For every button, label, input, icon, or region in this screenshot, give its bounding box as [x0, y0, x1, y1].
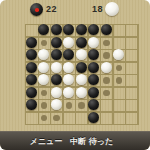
black-disc [26, 74, 37, 85]
board-cell-b6[interactable] [38, 87, 51, 100]
board-cell-f6[interactable] [88, 87, 101, 100]
white-score-disc-icon [105, 2, 119, 16]
black-disc [88, 99, 99, 110]
board-cell-a7[interactable] [25, 99, 38, 112]
board-cell-f2[interactable] [88, 37, 101, 50]
board-cell-g2[interactable] [100, 37, 113, 50]
white-disc [76, 87, 87, 98]
black-disc [38, 24, 49, 35]
board-cell-a6[interactable] [25, 87, 38, 100]
board-cell-a5[interactable] [25, 74, 38, 87]
hint-dot [66, 102, 73, 109]
white-disc [63, 74, 74, 85]
board-cell-d4[interactable] [63, 62, 76, 75]
hint-dot [103, 40, 110, 47]
white-disc [88, 37, 99, 48]
board-cell-c8[interactable] [50, 112, 63, 125]
board-cell-b7[interactable] [38, 99, 51, 112]
board-cell-g4[interactable] [100, 62, 113, 75]
black-disc [88, 74, 99, 85]
board-cell-e2[interactable] [75, 37, 88, 50]
white-disc [63, 62, 74, 73]
board-cell-h7[interactable] [113, 99, 126, 112]
board-cell-d2[interactable] [63, 37, 76, 50]
board-cell-a1[interactable] [25, 24, 38, 37]
white-disc [38, 62, 49, 73]
board-cell-d8[interactable] [63, 112, 76, 125]
board-cell-h2[interactable] [113, 37, 126, 50]
board-cell-c2[interactable] [50, 37, 63, 50]
board-cell-d7[interactable] [63, 99, 76, 112]
board-cell-e4[interactable] [75, 62, 88, 75]
menu-button[interactable]: メニュー [30, 136, 63, 147]
board-cell-f5[interactable] [88, 74, 101, 87]
board-cell-d3[interactable] [63, 49, 76, 62]
black-disc [26, 62, 37, 73]
board-cell-d6[interactable] [63, 87, 76, 100]
board-cell-h1[interactable] [113, 24, 126, 37]
othello-app: 22 18 メニュー 中断 待った [0, 0, 150, 150]
board-cell-f3[interactable] [88, 49, 101, 62]
board-cell-c7[interactable] [50, 99, 63, 112]
black-disc [76, 62, 87, 73]
hint-dot [103, 77, 110, 84]
board-cell-e3[interactable] [75, 49, 88, 62]
black-disc [63, 49, 74, 60]
hint-dot [41, 115, 48, 122]
board [25, 24, 139, 125]
black-disc [88, 24, 99, 35]
hint-dot [53, 115, 60, 122]
white-disc [63, 37, 74, 48]
board-cell-b1[interactable] [38, 24, 51, 37]
board-cell-e7[interactable] [75, 99, 88, 112]
board-cell-f4[interactable] [88, 62, 101, 75]
black-disc [63, 24, 74, 35]
white-disc [113, 49, 124, 60]
hint-dot [116, 77, 123, 84]
board-cell-e1[interactable] [75, 24, 88, 37]
hint-dot [103, 90, 110, 97]
black-disc [51, 49, 62, 60]
black-disc [88, 87, 99, 98]
board-cell-b3[interactable] [38, 49, 51, 62]
board-cell-g7[interactable] [100, 99, 113, 112]
black-disc [26, 87, 37, 98]
board-cell-h6[interactable] [113, 87, 126, 100]
black-score: 22 [46, 4, 57, 14]
board-cell-f8[interactable] [88, 112, 101, 125]
board-cell-c6[interactable] [50, 87, 63, 100]
board-cell-e5[interactable] [75, 74, 88, 87]
white-score: 18 [92, 4, 103, 14]
white-disc [51, 62, 62, 73]
board-cell-g8[interactable] [100, 112, 113, 125]
board-cell-g5[interactable] [100, 74, 113, 87]
board-cell-h4[interactable] [113, 62, 126, 75]
hint-dot [41, 40, 48, 47]
hint-dot [41, 102, 48, 109]
black-disc [101, 24, 112, 35]
white-disc [51, 87, 62, 98]
board-cell-a3[interactable] [25, 49, 38, 62]
score-bar: 22 18 [0, 0, 150, 24]
white-disc [51, 99, 62, 110]
board-cell-c4[interactable] [50, 62, 63, 75]
black-disc [51, 74, 62, 85]
board-cell-a8[interactable] [25, 112, 38, 125]
board-cell-b4[interactable] [38, 62, 51, 75]
board-cell-b8[interactable] [38, 112, 51, 125]
bottom-button-bar: メニュー 中断 待った [0, 131, 150, 150]
board-cell-e8[interactable] [75, 112, 88, 125]
board-cell-g1[interactable] [100, 24, 113, 37]
black-disc [26, 99, 37, 110]
black-disc [76, 24, 87, 35]
black-disc [26, 37, 37, 48]
black-disc [88, 49, 99, 60]
black-disc [88, 62, 99, 73]
white-disc [76, 74, 87, 85]
suspend-button[interactable]: 中断 [70, 136, 86, 147]
black-disc [26, 49, 37, 60]
hint-dot [103, 52, 110, 59]
board-cell-c1[interactable] [50, 24, 63, 37]
board-cell-h8[interactable] [113, 112, 126, 125]
board-cell-a4[interactable] [25, 62, 38, 75]
board-cell-d1[interactable] [63, 24, 76, 37]
board-cell-e6[interactable] [75, 87, 88, 100]
board-cell-c5[interactable] [50, 74, 63, 87]
hint-dot [116, 65, 123, 72]
white-disc [76, 49, 87, 60]
board-cell-a2[interactable] [25, 37, 38, 50]
board-cell-d5[interactable] [63, 74, 76, 87]
board-cell-h5[interactable] [113, 74, 126, 87]
black-disc [88, 112, 99, 123]
turn-indicator-dot [35, 8, 39, 12]
black-disc [51, 24, 62, 35]
board-cell-g3[interactable] [100, 49, 113, 62]
hint-dot [78, 102, 85, 109]
board-cell-f1[interactable] [88, 24, 101, 37]
hint-dot [41, 90, 48, 97]
white-disc [63, 87, 74, 98]
white-disc [38, 49, 49, 60]
board-cell-g6[interactable] [100, 87, 113, 100]
board-cell-h3[interactable] [113, 49, 126, 62]
white-disc [101, 62, 112, 73]
board-cell-f7[interactable] [88, 99, 101, 112]
black-disc [76, 37, 87, 48]
undo-button[interactable]: 待った [89, 136, 113, 147]
board-cell-c3[interactable] [50, 49, 63, 62]
black-disc [51, 37, 62, 48]
black-score-disc-icon [30, 3, 43, 16]
board-cell-b2[interactable] [38, 37, 51, 50]
board-cell-b5[interactable] [38, 74, 51, 87]
white-disc [38, 74, 49, 85]
